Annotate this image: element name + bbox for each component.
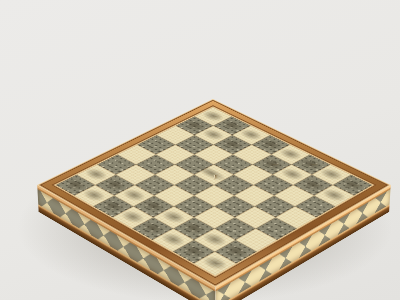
piece-glyph: ♞ (182, 227, 206, 254)
piece-glyph: ♝ (299, 140, 323, 166)
piece-glyph: ♟ (186, 108, 204, 128)
piece-glyph: ♟ (283, 156, 302, 177)
piece-glyph: ♟ (263, 146, 281, 167)
piece-glyph: ♟ (325, 176, 344, 197)
piece-glyph: ♟ (304, 166, 323, 187)
piece-glyph: ♜ (203, 240, 226, 266)
chessboard: ♜♞♝♛♚♝♞♜♟♟♟♟♟♟♟♟♟♟♟♟♟♟♟♟♜♞♝♛♚♝♞♜ (37, 99, 391, 287)
piece-glyph: ♜ (342, 163, 364, 187)
piece-glyph: ♟ (204, 117, 222, 137)
piece-glyph: ♟ (226, 231, 246, 253)
piece-glyph: ♞ (320, 152, 342, 177)
piece-glyph: ♟ (223, 126, 241, 146)
scene: ♜♞♝♛♚♝♞♜♟♟♟♟♟♟♟♟♟♟♟♟♟♟♟♟♜♞♝♛♚♝♞♜ (0, 0, 400, 300)
scene-3d: ♜♞♝♛♚♝♞♜♟♟♟♟♟♟♟♟♟♟♟♟♟♟♟♟♜♞♝♛♚♝♞♜ (0, 0, 400, 300)
